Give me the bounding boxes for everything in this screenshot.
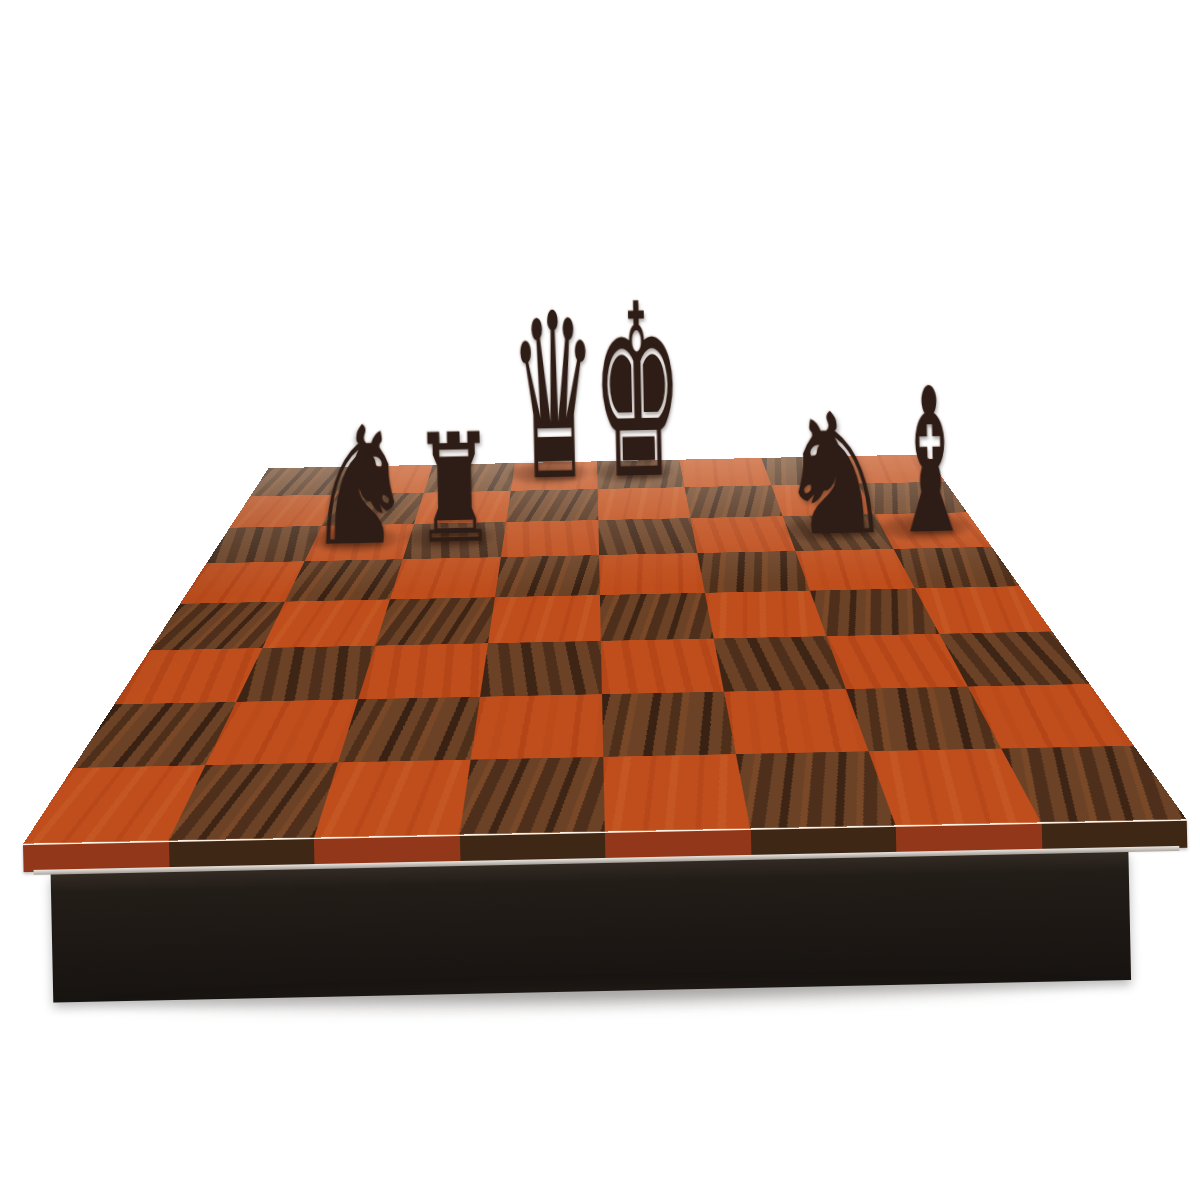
square-d2[interactable] [471, 694, 604, 759]
pieces-layer: ♛♚♞♜♞♝ [0, 0, 1187, 13]
square-c1[interactable] [314, 760, 471, 838]
chess-set-scene: ♛♚♞♜♞♝ [0, 0, 1200, 1200]
square-e5[interactable] [599, 553, 705, 595]
piece-king-e8[interactable]: ♚ [590, 272, 685, 513]
square-f4[interactable] [705, 591, 827, 639]
square-a6[interactable] [206, 526, 321, 563]
piece-queen-d8[interactable]: ♛ [508, 282, 599, 513]
square-f7[interactable] [685, 485, 783, 518]
piece-knight-g6[interactable]: ♞ [775, 391, 895, 560]
square-e4[interactable] [600, 593, 714, 641]
square-d4[interactable] [488, 595, 601, 643]
piece-knight-b6[interactable]: ♞ [304, 404, 416, 569]
piece-rook-c6[interactable]: ♜ [412, 413, 499, 565]
square-f2[interactable] [724, 689, 869, 754]
piece-bishop-h6[interactable]: ♝ [887, 361, 974, 563]
square-f3[interactable] [714, 636, 846, 691]
square-b4[interactable] [262, 599, 390, 648]
square-c4[interactable] [375, 597, 495, 645]
photo-tilt-wrapper: ♛♚♞♜♞♝ [0, 0, 1200, 1200]
square-e2[interactable] [602, 692, 736, 757]
square-e1[interactable] [603, 754, 750, 832]
square-h4[interactable] [915, 586, 1052, 634]
square-c3[interactable] [358, 643, 488, 699]
square-d1[interactable] [459, 757, 604, 835]
square-f8[interactable] [679, 458, 771, 487]
square-c2[interactable] [338, 697, 480, 763]
square-d3[interactable] [480, 641, 602, 697]
square-e3[interactable] [601, 639, 724, 695]
square-f1[interactable] [736, 751, 896, 828]
square-d5[interactable] [495, 555, 600, 597]
